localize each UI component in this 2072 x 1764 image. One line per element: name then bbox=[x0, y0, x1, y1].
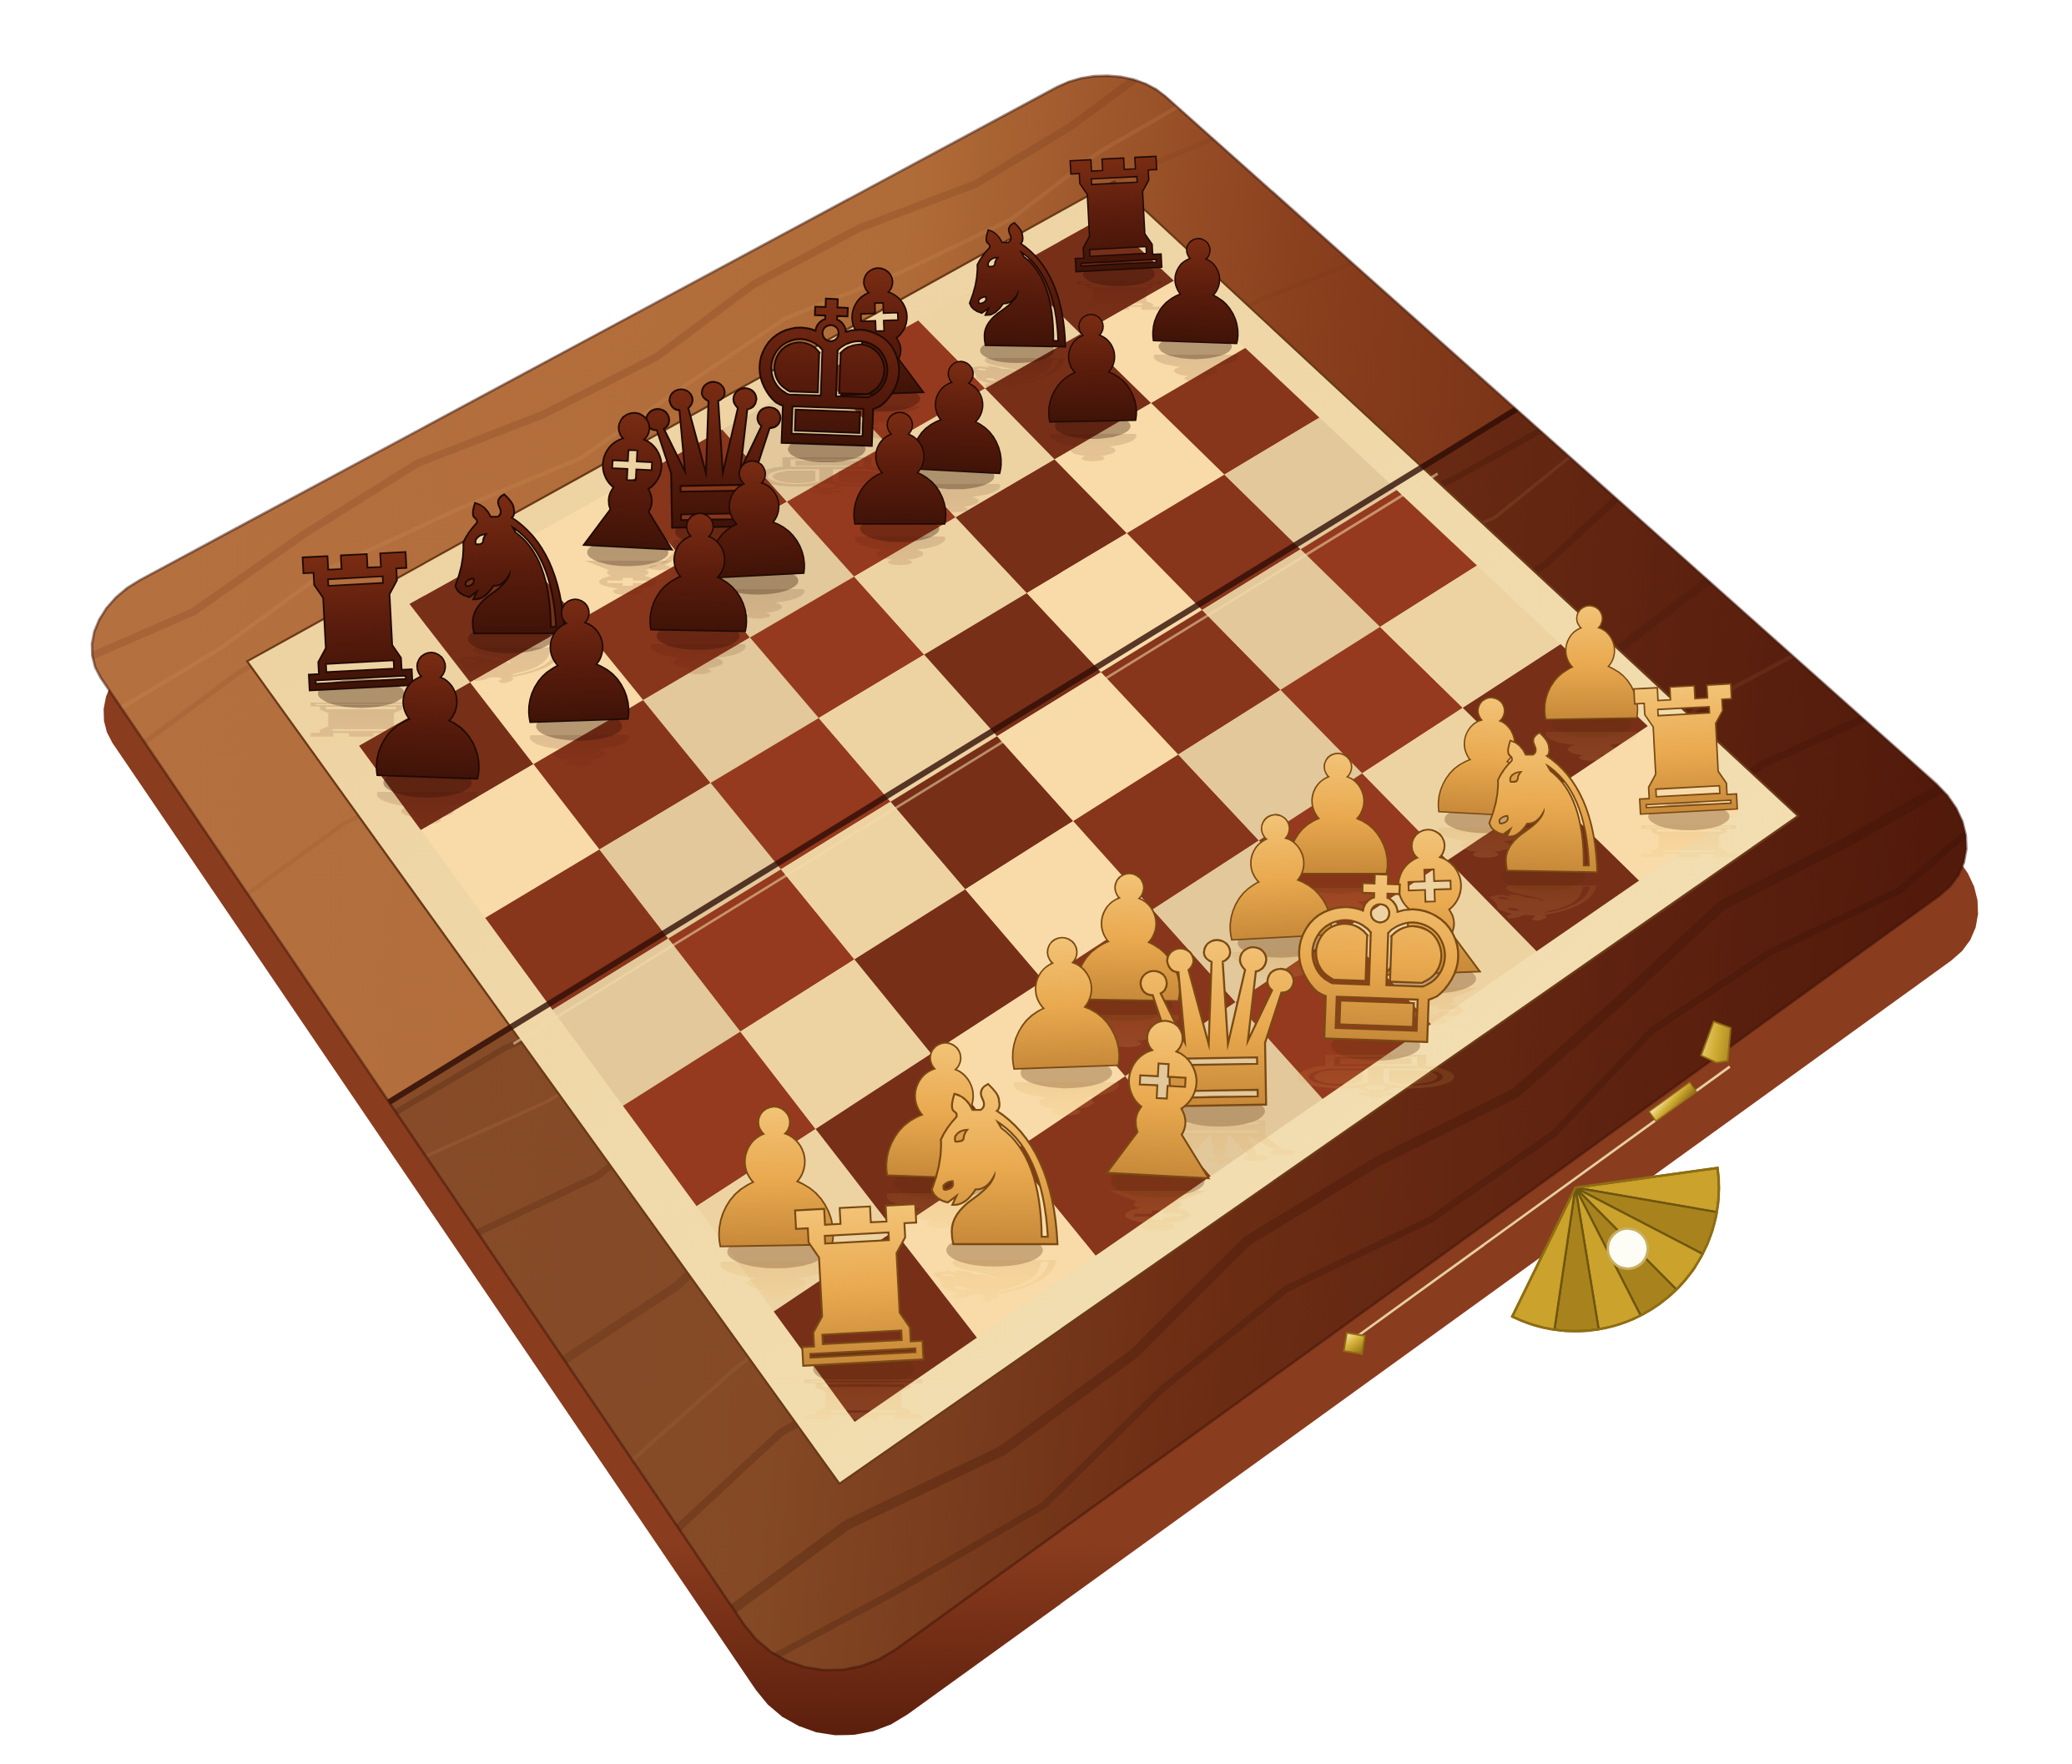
travel-chess-set-photo: ♜♜♟♟♞♞♝♝♟♟♚♚♟♟♟♟♛♛♝♝♟♟♟♟♞♞♜♜♟♟♟♟♟♟♜♜♟♟♞♞… bbox=[0, 0, 2072, 1764]
piece-black-pawn-e7[interactable]: ♟♟ bbox=[832, 383, 967, 574]
piece-glyph: ♟ bbox=[500, 565, 653, 761]
piece-black-pawn-g7[interactable]: ♟♟ bbox=[1026, 285, 1158, 469]
piece-white-rook-a1[interactable]: ♜♜ bbox=[759, 1162, 960, 1430]
clasp-end-finial bbox=[1344, 1333, 1364, 1353]
piece-glyph: ♜ bbox=[1605, 650, 1767, 854]
piece-glyph: ♟ bbox=[832, 383, 967, 559]
piece-glyph: ♟ bbox=[1026, 285, 1158, 456]
piece-black-pawn-a7[interactable]: ♟♟ bbox=[350, 617, 508, 832]
piece-black-pawn-b7[interactable]: ♟♟ bbox=[500, 565, 653, 775]
piece-white-rook-h1[interactable]: ♜♜ bbox=[1605, 650, 1767, 866]
piece-glyph: ♟ bbox=[350, 617, 508, 819]
piece-glyph: ♜ bbox=[759, 1162, 960, 1415]
scene: ♜♜♟♟♞♞♝♝♟♟♚♚♟♟♟♟♛♛♝♝♟♟♟♟♞♞♜♜♟♟♟♟♟♟♜♜♟♟♞♞… bbox=[0, 0, 2072, 1764]
